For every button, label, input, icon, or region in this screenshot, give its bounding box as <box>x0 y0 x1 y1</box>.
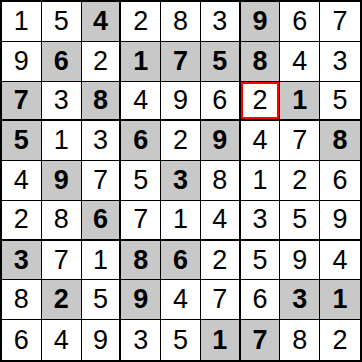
sudoku-cell-r5c2[interactable]: 9 <box>42 161 82 201</box>
sudoku-cell-r4c5[interactable]: 2 <box>161 121 201 161</box>
sudoku-cell-r4c3[interactable]: 3 <box>82 121 122 161</box>
sudoku-cell-r4c4[interactable]: 6 <box>121 121 161 161</box>
sudoku-cell-r3c3[interactable]: 8 <box>82 82 122 122</box>
sudoku-cell-r5c8[interactable]: 2 <box>280 161 320 201</box>
sudoku-cell-r4c2[interactable]: 1 <box>42 121 82 161</box>
sudoku-cell-r7c1[interactable]: 3 <box>2 241 42 281</box>
sudoku-cell-r6c4[interactable]: 7 <box>121 201 161 241</box>
sudoku-cell-r9c4[interactable]: 3 <box>121 320 161 360</box>
sudoku-cell-r4c6[interactable]: 9 <box>201 121 241 161</box>
sudoku-cell-r6c7[interactable]: 3 <box>241 201 281 241</box>
sudoku-cell-r7c5[interactable]: 6 <box>161 241 201 281</box>
sudoku-cell-r8c1[interactable]: 8 <box>2 280 42 320</box>
sudoku-cell-r3c2[interactable]: 3 <box>42 82 82 122</box>
sudoku-cell-r1c9[interactable]: 7 <box>320 2 360 42</box>
sudoku-cell-r5c5[interactable]: 3 <box>161 161 201 201</box>
sudoku-cell-r8c3[interactable]: 5 <box>82 280 122 320</box>
sudoku-cell-r4c1[interactable]: 5 <box>2 121 42 161</box>
sudoku-cell-r9c2[interactable]: 4 <box>42 320 82 360</box>
sudoku-cell-r1c1[interactable]: 1 <box>2 2 42 42</box>
sudoku-cell-r1c3[interactable]: 4 <box>82 2 122 42</box>
sudoku-cell-r9c9[interactable]: 2 <box>320 320 360 360</box>
sudoku-cell-r3c6[interactable]: 6 <box>201 82 241 122</box>
sudoku-cell-selected[interactable]: 2 <box>241 82 281 122</box>
sudoku-cell-r1c4[interactable]: 2 <box>121 2 161 42</box>
sudoku-cell-r4c9[interactable]: 8 <box>320 121 360 161</box>
sudoku-cell-r7c6[interactable]: 2 <box>201 241 241 281</box>
sudoku-cell-r1c5[interactable]: 8 <box>161 2 201 42</box>
sudoku-cell-r7c8[interactable]: 9 <box>280 241 320 281</box>
sudoku-cell-r5c6[interactable]: 8 <box>201 161 241 201</box>
sudoku-cell-r8c2[interactable]: 2 <box>42 280 82 320</box>
sudoku-cell-r8c7[interactable]: 6 <box>241 280 281 320</box>
sudoku-cell-r1c2[interactable]: 5 <box>42 2 82 42</box>
sudoku-cell-r3c4[interactable]: 4 <box>121 82 161 122</box>
sudoku-cell-r2c1[interactable]: 9 <box>2 42 42 82</box>
sudoku-cell-r3c9[interactable]: 5 <box>320 82 360 122</box>
sudoku-cell-r2c5[interactable]: 7 <box>161 42 201 82</box>
sudoku-cell-r6c5[interactable]: 1 <box>161 201 201 241</box>
sudoku-cell-r6c6[interactable]: 4 <box>201 201 241 241</box>
sudoku-cell-r3c1[interactable]: 7 <box>2 82 42 122</box>
sudoku-cell-r8c8[interactable]: 3 <box>280 280 320 320</box>
sudoku-cell-r5c1[interactable]: 4 <box>2 161 42 201</box>
sudoku-cell-r9c5[interactable]: 5 <box>161 320 201 360</box>
sudoku-cell-r4c7[interactable]: 4 <box>241 121 281 161</box>
sudoku-cell-r7c7[interactable]: 5 <box>241 241 281 281</box>
sudoku-cell-r7c9[interactable]: 4 <box>320 241 360 281</box>
sudoku-cell-r5c4[interactable]: 5 <box>121 161 161 201</box>
sudoku-cell-r2c3[interactable]: 2 <box>82 42 122 82</box>
sudoku-cell-r9c6[interactable]: 1 <box>201 320 241 360</box>
sudoku-cell-r8c6[interactable]: 7 <box>201 280 241 320</box>
sudoku-cell-r9c7[interactable]: 7 <box>241 320 281 360</box>
sudoku-cell-r7c4[interactable]: 8 <box>121 241 161 281</box>
sudoku-cell-r7c2[interactable]: 7 <box>42 241 82 281</box>
sudoku-cell-r4c8[interactable]: 7 <box>280 121 320 161</box>
sudoku-cell-r6c1[interactable]: 2 <box>2 201 42 241</box>
sudoku-cell-r6c9[interactable]: 9 <box>320 201 360 241</box>
sudoku-cell-r2c9[interactable]: 3 <box>320 42 360 82</box>
sudoku-cell-r8c4[interactable]: 9 <box>121 280 161 320</box>
sudoku-cell-r9c3[interactable]: 9 <box>82 320 122 360</box>
sudoku-cell-r3c8[interactable]: 1 <box>280 82 320 122</box>
sudoku-cell-r1c7[interactable]: 9 <box>241 2 281 42</box>
sudoku-cell-r6c2[interactable]: 8 <box>42 201 82 241</box>
sudoku-cell-r6c3[interactable]: 6 <box>82 201 122 241</box>
sudoku-cell-r8c9[interactable]: 1 <box>320 280 360 320</box>
sudoku-cell-r5c3[interactable]: 7 <box>82 161 122 201</box>
sudoku-cell-r9c1[interactable]: 6 <box>2 320 42 360</box>
sudoku-cell-r2c4[interactable]: 1 <box>121 42 161 82</box>
sudoku-cell-r9c8[interactable]: 8 <box>280 320 320 360</box>
sudoku-cell-r6c8[interactable]: 5 <box>280 201 320 241</box>
sudoku-cell-r2c7[interactable]: 8 <box>241 42 281 82</box>
sudoku-board: 1542839679621758437384962155136294784975… <box>0 0 362 362</box>
sudoku-cell-r7c3[interactable]: 1 <box>82 241 122 281</box>
sudoku-cell-r5c9[interactable]: 6 <box>320 161 360 201</box>
sudoku-cell-r2c8[interactable]: 4 <box>280 42 320 82</box>
sudoku-cell-r1c6[interactable]: 3 <box>201 2 241 42</box>
sudoku-cell-r2c6[interactable]: 5 <box>201 42 241 82</box>
sudoku-cell-r1c8[interactable]: 6 <box>280 2 320 42</box>
sudoku-cell-r8c5[interactable]: 4 <box>161 280 201 320</box>
sudoku-cell-r2c2[interactable]: 6 <box>42 42 82 82</box>
sudoku-cell-r5c7[interactable]: 1 <box>241 161 281 201</box>
sudoku-cell-r3c5[interactable]: 9 <box>161 82 201 122</box>
